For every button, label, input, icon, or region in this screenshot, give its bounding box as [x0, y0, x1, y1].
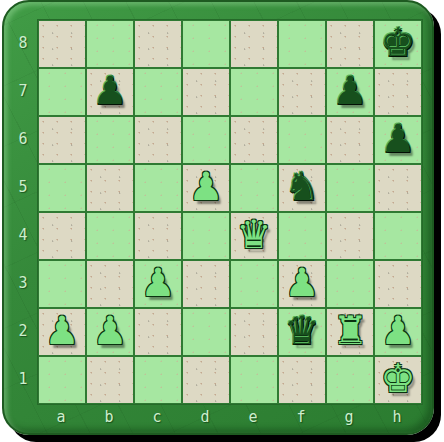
piece-white-king[interactable]: ♚: [375, 357, 421, 403]
square-f2[interactable]: ♛: [278, 308, 326, 356]
square-c1[interactable]: [134, 356, 182, 404]
square-g7[interactable]: ♟: [326, 68, 374, 116]
square-g1[interactable]: [326, 356, 374, 404]
square-f7[interactable]: [278, 68, 326, 116]
board-frame: ♚♟♟♟♟♞♛♟♟♟♟♛♜♟♚ 87654321 abcdefgh: [2, 0, 434, 435]
square-a5[interactable]: [38, 164, 86, 212]
chess-app-window: ♚♟♟♟♟♞♛♟♟♟♟♛♜♟♚ 87654321 abcdefgh: [0, 0, 444, 442]
square-e3[interactable]: [230, 260, 278, 308]
square-b8[interactable]: [86, 20, 134, 68]
piece-black-knight[interactable]: ♞: [279, 165, 325, 211]
square-b1[interactable]: [86, 356, 134, 404]
square-d5[interactable]: ♟: [182, 164, 230, 212]
square-h3[interactable]: [374, 260, 422, 308]
square-d4[interactable]: [182, 212, 230, 260]
square-d3[interactable]: [182, 260, 230, 308]
square-h2[interactable]: ♟: [374, 308, 422, 356]
piece-white-pawn[interactable]: ♟: [135, 261, 181, 307]
square-a2[interactable]: ♟: [38, 308, 86, 356]
square-h5[interactable]: [374, 164, 422, 212]
square-c4[interactable]: [134, 212, 182, 260]
piece-white-pawn[interactable]: ♟: [183, 165, 229, 211]
square-a3[interactable]: [38, 260, 86, 308]
piece-black-queen[interactable]: ♛: [279, 309, 325, 355]
square-b3[interactable]: [86, 260, 134, 308]
square-f4[interactable]: [278, 212, 326, 260]
chess-board: ♚♟♟♟♟♞♛♟♟♟♟♛♜♟♚: [37, 19, 423, 405]
square-c5[interactable]: [134, 164, 182, 212]
square-c7[interactable]: [134, 68, 182, 116]
square-e2[interactable]: [230, 308, 278, 356]
piece-white-rook[interactable]: ♜: [327, 309, 373, 355]
square-g8[interactable]: [326, 20, 374, 68]
square-b2[interactable]: ♟: [86, 308, 134, 356]
square-c6[interactable]: [134, 116, 182, 164]
square-f3[interactable]: ♟: [278, 260, 326, 308]
square-b6[interactable]: [86, 116, 134, 164]
square-e5[interactable]: [230, 164, 278, 212]
square-h4[interactable]: [374, 212, 422, 260]
square-c2[interactable]: [134, 308, 182, 356]
piece-white-pawn[interactable]: ♟: [279, 261, 325, 307]
rank-label-2: 2: [11, 307, 35, 355]
square-h6[interactable]: ♟: [374, 116, 422, 164]
square-h8[interactable]: ♚: [374, 20, 422, 68]
piece-black-king[interactable]: ♚: [375, 21, 421, 67]
file-label-e: e: [229, 405, 277, 429]
square-d2[interactable]: [182, 308, 230, 356]
square-h1[interactable]: ♚: [374, 356, 422, 404]
square-e4[interactable]: ♛: [230, 212, 278, 260]
rank-label-6: 6: [11, 115, 35, 163]
rank-label-5: 5: [11, 163, 35, 211]
file-label-b: b: [85, 405, 133, 429]
square-a8[interactable]: [38, 20, 86, 68]
square-c3[interactable]: ♟: [134, 260, 182, 308]
piece-white-pawn[interactable]: ♟: [39, 309, 85, 355]
square-e8[interactable]: [230, 20, 278, 68]
square-d6[interactable]: [182, 116, 230, 164]
file-label-d: d: [181, 405, 229, 429]
square-b7[interactable]: ♟: [86, 68, 134, 116]
piece-white-queen[interactable]: ♛: [231, 213, 277, 259]
square-h7[interactable]: [374, 68, 422, 116]
square-b4[interactable]: [86, 212, 134, 260]
file-label-f: f: [277, 405, 325, 429]
square-d1[interactable]: [182, 356, 230, 404]
file-label-g: g: [325, 405, 373, 429]
square-f8[interactable]: [278, 20, 326, 68]
square-a4[interactable]: [38, 212, 86, 260]
file-label-h: h: [373, 405, 421, 429]
rank-label-7: 7: [11, 67, 35, 115]
file-label-c: c: [133, 405, 181, 429]
square-a1[interactable]: [38, 356, 86, 404]
piece-black-pawn[interactable]: ♟: [375, 117, 421, 163]
square-f6[interactable]: [278, 116, 326, 164]
piece-white-pawn[interactable]: ♟: [87, 309, 133, 355]
square-e1[interactable]: [230, 356, 278, 404]
rank-label-1: 1: [11, 355, 35, 403]
rank-label-4: 4: [11, 211, 35, 259]
square-g5[interactable]: [326, 164, 374, 212]
square-e7[interactable]: [230, 68, 278, 116]
square-e6[interactable]: [230, 116, 278, 164]
piece-black-pawn[interactable]: ♟: [327, 69, 373, 115]
piece-black-pawn[interactable]: ♟: [87, 69, 133, 115]
square-a6[interactable]: [38, 116, 86, 164]
square-f1[interactable]: [278, 356, 326, 404]
square-f5[interactable]: ♞: [278, 164, 326, 212]
square-a7[interactable]: [38, 68, 86, 116]
square-c8[interactable]: [134, 20, 182, 68]
rank-label-8: 8: [11, 19, 35, 67]
square-g4[interactable]: [326, 212, 374, 260]
square-b5[interactable]: [86, 164, 134, 212]
rank-label-3: 3: [11, 259, 35, 307]
square-g2[interactable]: ♜: [326, 308, 374, 356]
piece-white-pawn[interactable]: ♟: [375, 309, 421, 355]
file-label-a: a: [37, 405, 85, 429]
square-d7[interactable]: [182, 68, 230, 116]
square-g3[interactable]: [326, 260, 374, 308]
square-d8[interactable]: [182, 20, 230, 68]
square-g6[interactable]: [326, 116, 374, 164]
